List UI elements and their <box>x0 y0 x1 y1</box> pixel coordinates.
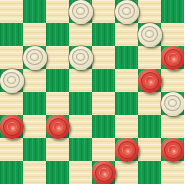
light-square-r2c4[interactable] <box>92 46 115 69</box>
checker-center <box>99 168 109 178</box>
light-square-r5c5[interactable] <box>115 115 138 138</box>
dark-square-2[interactable] <box>69 0 92 23</box>
dark-square-17[interactable] <box>23 92 46 115</box>
white-checker-man[interactable] <box>69 0 93 24</box>
dark-square-12[interactable] <box>161 46 184 69</box>
light-square-r7c1[interactable] <box>23 161 46 184</box>
light-square-r0c4[interactable] <box>92 0 115 23</box>
dark-square-30[interactable] <box>46 161 69 184</box>
light-square-r2c0[interactable] <box>0 46 23 69</box>
dark-square-20[interactable] <box>161 92 184 115</box>
light-square-r4c2[interactable] <box>46 92 69 115</box>
light-square-r5c7[interactable] <box>161 115 184 138</box>
light-square-r1c3[interactable] <box>69 23 92 46</box>
dark-square-18[interactable] <box>69 92 92 115</box>
red-checker-man[interactable] <box>0 115 24 139</box>
light-square-r6c2[interactable] <box>46 138 69 161</box>
white-checker-man[interactable] <box>161 92 185 116</box>
light-square-r7c3[interactable] <box>69 161 92 184</box>
dark-square-26[interactable] <box>69 138 92 161</box>
light-square-r7c5[interactable] <box>115 161 138 184</box>
white-checker-man[interactable] <box>23 46 47 70</box>
red-checker-man[interactable] <box>161 46 185 70</box>
dark-square-32[interactable] <box>138 161 161 184</box>
dark-square-4[interactable] <box>161 0 184 23</box>
dark-square-10[interactable] <box>69 46 92 69</box>
light-square-r2c2[interactable] <box>46 46 69 69</box>
checker-center <box>122 7 131 15</box>
checker-center <box>122 145 132 155</box>
light-square-r5c1[interactable] <box>23 115 46 138</box>
dark-square-8[interactable] <box>138 23 161 46</box>
light-square-r6c4[interactable] <box>92 138 115 161</box>
dark-square-25[interactable] <box>23 138 46 161</box>
dark-square-29[interactable] <box>0 161 23 184</box>
dark-square-13[interactable] <box>0 69 23 92</box>
white-checker-man[interactable] <box>115 0 139 24</box>
dark-square-21[interactable] <box>0 115 23 138</box>
checker-center <box>7 76 16 84</box>
light-square-r0c2[interactable] <box>46 0 69 23</box>
checker-center <box>76 53 85 61</box>
checker-center <box>7 122 17 132</box>
dark-square-1[interactable] <box>23 0 46 23</box>
dark-square-5[interactable] <box>0 23 23 46</box>
dark-square-31[interactable] <box>92 161 115 184</box>
checker-center <box>145 30 154 38</box>
dark-square-24[interactable] <box>138 115 161 138</box>
checkers-board <box>0 0 184 184</box>
dark-square-3[interactable] <box>115 0 138 23</box>
red-checker-man[interactable] <box>92 161 116 185</box>
light-square-r6c6[interactable] <box>138 138 161 161</box>
white-checker-man[interactable] <box>0 69 24 93</box>
checker-center <box>168 99 177 107</box>
dark-square-22[interactable] <box>46 115 69 138</box>
dark-square-14[interactable] <box>46 69 69 92</box>
red-checker-man[interactable] <box>138 69 162 93</box>
checker-center <box>76 7 85 15</box>
red-checker-man[interactable] <box>46 115 70 139</box>
light-square-r3c5[interactable] <box>115 69 138 92</box>
checker-center <box>145 76 155 86</box>
dark-square-16[interactable] <box>138 69 161 92</box>
light-square-r0c0[interactable] <box>0 0 23 23</box>
dark-square-6[interactable] <box>46 23 69 46</box>
white-checker-man[interactable] <box>69 46 93 70</box>
white-checker-man[interactable] <box>138 23 162 47</box>
light-square-r7c7[interactable] <box>161 161 184 184</box>
light-square-r0c6[interactable] <box>138 0 161 23</box>
dark-square-27[interactable] <box>115 138 138 161</box>
light-square-r1c7[interactable] <box>161 23 184 46</box>
checker-center <box>168 53 178 63</box>
red-checker-man[interactable] <box>115 138 139 162</box>
light-square-r3c3[interactable] <box>69 69 92 92</box>
light-square-r6c0[interactable] <box>0 138 23 161</box>
light-square-r4c4[interactable] <box>92 92 115 115</box>
dark-square-9[interactable] <box>23 46 46 69</box>
dark-square-11[interactable] <box>115 46 138 69</box>
light-square-r3c1[interactable] <box>23 69 46 92</box>
light-square-r1c1[interactable] <box>23 23 46 46</box>
light-square-r5c3[interactable] <box>69 115 92 138</box>
checker-center <box>30 53 39 61</box>
checker-center <box>53 122 63 132</box>
red-checker-man[interactable] <box>161 138 185 162</box>
light-square-r4c6[interactable] <box>138 92 161 115</box>
checker-center <box>168 145 178 155</box>
dark-square-19[interactable] <box>115 92 138 115</box>
light-square-r4c0[interactable] <box>0 92 23 115</box>
dark-square-28[interactable] <box>161 138 184 161</box>
light-square-r1c5[interactable] <box>115 23 138 46</box>
light-square-r2c6[interactable] <box>138 46 161 69</box>
light-square-r3c7[interactable] <box>161 69 184 92</box>
dark-square-15[interactable] <box>92 69 115 92</box>
dark-square-23[interactable] <box>92 115 115 138</box>
dark-square-7[interactable] <box>92 23 115 46</box>
